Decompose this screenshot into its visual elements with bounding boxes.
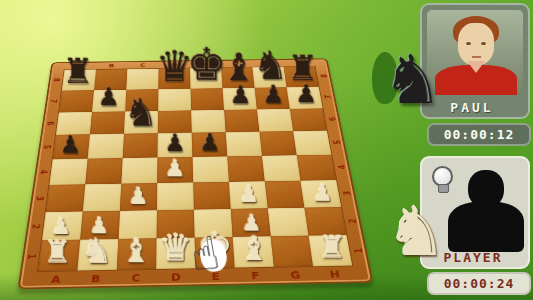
square-e3[interactable]: [193, 182, 231, 210]
square-c5[interactable]: [123, 133, 158, 158]
square-g5[interactable]: [259, 131, 296, 155]
avatar-eye: [481, 42, 486, 45]
square-b1[interactable]: ♞: [77, 239, 118, 270]
coordinate-label: 2: [332, 216, 371, 226]
square-e5[interactable]: ♟: [192, 132, 227, 157]
coordinate-label: D: [156, 270, 196, 284]
square-b7[interactable]: ♟: [92, 90, 126, 112]
piece-black-knight-c6[interactable]: ♞: [124, 95, 158, 131]
square-e7[interactable]: [191, 88, 225, 110]
square-e8[interactable]: ♚: [190, 68, 223, 89]
piece-white-pawn-d4[interactable]: ♟: [165, 157, 186, 179]
coordinate-label: A: [35, 272, 77, 286]
coordinate-label: 4: [323, 163, 360, 172]
piece-black-pawn-f7[interactable]: ♟: [229, 83, 251, 106]
square-f3[interactable]: ♟: [229, 181, 268, 208]
piece-black-pawn-e5[interactable]: ♟: [199, 131, 220, 154]
square-d3[interactable]: [157, 182, 194, 210]
coordinate-label: 4: [25, 168, 62, 177]
coordinate-label: H: [314, 267, 356, 281]
square-b4[interactable]: [85, 158, 122, 184]
coordinate-label: 5: [29, 143, 65, 151]
piece-white-bishop-c1[interactable]: ♝: [121, 234, 151, 266]
coordinate-label: 6: [314, 115, 349, 123]
avatar-mouth: [472, 56, 481, 58]
square-c3[interactable]: ♟: [120, 183, 157, 211]
coordinate-label: C: [116, 271, 156, 285]
square-g4[interactable]: [262, 155, 300, 181]
piece-white-pawn-c3[interactable]: ♟: [128, 185, 149, 207]
piece-black-pawn-g7[interactable]: ♟: [262, 83, 284, 106]
square-c4[interactable]: [121, 157, 157, 183]
square-c8[interactable]: [126, 69, 158, 90]
square-f7[interactable]: ♟: [223, 88, 257, 110]
coordinate-label: B: [75, 271, 116, 285]
black-knight-icon: ♞: [382, 46, 443, 114]
square-e4[interactable]: [192, 156, 229, 182]
square-d5[interactable]: ♟: [158, 133, 193, 158]
coordinate-label: F: [235, 268, 276, 282]
square-f4[interactable]: [227, 156, 264, 182]
coordinate-label: 8: [40, 76, 73, 83]
square-f1[interactable]: ♝: [233, 237, 274, 268]
coordinate-label: 3: [327, 189, 365, 198]
piece-white-bishop-f1[interactable]: ♝: [239, 232, 269, 264]
game-screen: ABCDEFGH ABCDEFGH 87654321 87654321 ♜♛♚♝…: [0, 0, 533, 300]
coordinate-label: 8: [307, 72, 340, 79]
square-c1[interactable]: ♝: [117, 239, 157, 270]
square-d4[interactable]: ♟: [157, 157, 193, 183]
square-g7[interactable]: ♟: [255, 87, 290, 109]
square-g6[interactable]: [257, 109, 293, 132]
square-b5[interactable]: [88, 134, 124, 159]
piece-black-queen-d8[interactable]: ♛: [155, 46, 193, 86]
piece-black-pawn-d5[interactable]: ♟: [164, 132, 185, 155]
coordinate-label: 3: [21, 194, 59, 203]
piece-black-pawn-b7[interactable]: ♟: [98, 85, 120, 109]
square-b3[interactable]: [83, 184, 121, 212]
coordinate-label: 7: [37, 97, 71, 105]
square-d7[interactable]: [158, 89, 191, 111]
piece-white-knight-b1[interactable]: ♞: [82, 234, 113, 267]
piece-white-pawn-f3[interactable]: ♟: [239, 183, 260, 205]
coordinate-label: 7: [311, 93, 345, 100]
square-f5[interactable]: [226, 132, 262, 157]
square-g3[interactable]: [265, 181, 305, 208]
square-d8[interactable]: ♛: [158, 68, 190, 89]
avatar-eye: [466, 42, 471, 45]
avatar-face: [458, 23, 494, 65]
coordinate-label: 2: [16, 222, 55, 232]
coordinate-label: 5: [319, 138, 355, 146]
coordinate-label: 6: [33, 119, 68, 127]
square-g1[interactable]: [271, 236, 313, 267]
user-clock: 00:00:24: [427, 272, 531, 295]
square-c6[interactable]: ♞: [124, 111, 158, 134]
square-g2[interactable]: [268, 207, 309, 236]
silhouette-body: [448, 202, 524, 252]
square-b6[interactable]: [90, 111, 125, 134]
coordinate-label: G: [275, 268, 316, 282]
square-f6[interactable]: [224, 109, 259, 132]
coordinate-label: 1: [337, 245, 377, 256]
opponent-clock: 00:00:12: [427, 123, 531, 146]
coordinate-label: 1: [11, 251, 51, 262]
white-knight-icon: ♞: [386, 198, 447, 266]
